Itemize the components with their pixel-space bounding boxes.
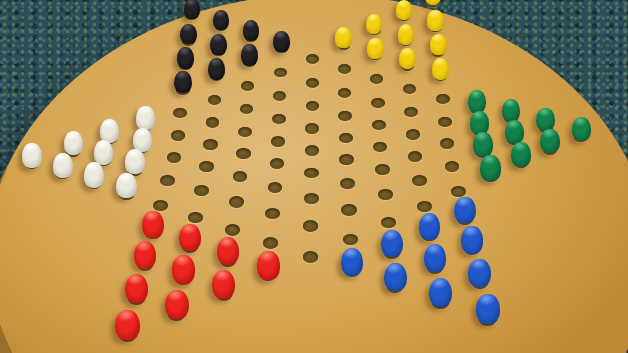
hole[interactable] — [373, 142, 387, 153]
hole[interactable] — [436, 94, 450, 104]
hole[interactable] — [199, 161, 214, 172]
peg-white[interactable] — [64, 131, 84, 155]
peg-red[interactable] — [165, 290, 189, 320]
hole[interactable] — [263, 237, 279, 249]
hole[interactable] — [153, 200, 168, 211]
peg-green[interactable] — [536, 108, 555, 132]
peg-black[interactable] — [273, 31, 290, 52]
hole[interactable] — [343, 234, 359, 246]
hole[interactable] — [265, 208, 280, 219]
peg-blue[interactable] — [429, 278, 453, 307]
peg-yellow[interactable] — [399, 48, 416, 70]
peg-yellow[interactable] — [396, 0, 412, 20]
hole[interactable] — [412, 175, 427, 186]
hole[interactable] — [304, 193, 319, 204]
peg-green[interactable] — [540, 129, 560, 153]
hole[interactable] — [417, 201, 432, 212]
peg-red[interactable] — [257, 251, 280, 279]
peg-yellow[interactable] — [367, 38, 384, 59]
hole[interactable] — [451, 186, 466, 197]
peg-blue[interactable] — [476, 294, 500, 324]
hole[interactable] — [236, 148, 250, 159]
hole[interactable] — [167, 152, 181, 163]
peg-black[interactable] — [184, 0, 200, 19]
hole[interactable] — [173, 108, 187, 118]
peg-red[interactable] — [212, 270, 235, 299]
hole[interactable] — [306, 78, 319, 88]
peg-grid — [0, 0, 628, 353]
hole[interactable] — [339, 154, 353, 165]
peg-green[interactable] — [572, 117, 591, 141]
peg-white[interactable] — [94, 140, 114, 165]
hole[interactable] — [341, 204, 356, 215]
hole[interactable] — [208, 95, 222, 105]
peg-black[interactable] — [241, 44, 258, 66]
peg-yellow[interactable] — [398, 24, 415, 45]
hole[interactable] — [378, 189, 393, 200]
peg-red[interactable] — [179, 224, 201, 252]
hole[interactable] — [303, 220, 318, 232]
peg-blue[interactable] — [468, 259, 491, 288]
hole[interactable] — [445, 161, 460, 172]
hole[interactable] — [274, 68, 287, 78]
peg-black[interactable] — [213, 10, 229, 30]
hole[interactable] — [188, 212, 203, 223]
hole[interactable] — [229, 196, 244, 207]
hole[interactable] — [233, 171, 248, 182]
hole[interactable] — [270, 158, 284, 169]
peg-green[interactable] — [511, 142, 531, 167]
peg-white[interactable] — [84, 162, 104, 188]
hole[interactable] — [306, 101, 320, 111]
peg-white[interactable] — [136, 106, 155, 130]
hole[interactable] — [375, 164, 390, 175]
hole[interactable] — [338, 88, 351, 98]
peg-yellow[interactable] — [430, 34, 447, 55]
peg-yellow[interactable] — [335, 27, 352, 48]
peg-yellow[interactable] — [366, 14, 382, 35]
peg-blue[interactable] — [454, 197, 475, 224]
peg-blue[interactable] — [384, 263, 407, 292]
hole[interactable] — [339, 133, 353, 144]
hole[interactable] — [381, 217, 396, 229]
peg-black[interactable] — [210, 34, 227, 55]
hole[interactable] — [206, 117, 220, 127]
hole[interactable] — [271, 136, 285, 147]
hole[interactable] — [203, 139, 217, 150]
hole[interactable] — [304, 168, 319, 179]
hole[interactable] — [272, 114, 286, 124]
peg-black[interactable] — [180, 24, 197, 45]
hole[interactable] — [340, 178, 355, 189]
hole[interactable] — [225, 224, 240, 236]
hole[interactable] — [338, 64, 351, 74]
peg-blue[interactable] — [341, 248, 364, 276]
hole[interactable] — [338, 111, 352, 121]
peg-red[interactable] — [134, 241, 157, 269]
peg-red[interactable] — [125, 274, 148, 303]
peg-yellow[interactable] — [432, 58, 450, 80]
peg-blue[interactable] — [424, 244, 447, 272]
peg-white[interactable] — [125, 149, 145, 174]
peg-red[interactable] — [217, 237, 239, 265]
peg-green[interactable] — [505, 120, 524, 144]
peg-white[interactable] — [116, 173, 137, 199]
peg-green[interactable] — [480, 155, 500, 180]
hole[interactable] — [305, 145, 319, 156]
peg-green[interactable] — [502, 99, 521, 122]
hole[interactable] — [406, 129, 420, 140]
hole[interactable] — [440, 138, 454, 149]
peg-red[interactable] — [172, 255, 195, 284]
peg-black[interactable] — [243, 20, 260, 41]
hole[interactable] — [160, 175, 175, 186]
hole[interactable] — [171, 130, 185, 141]
peg-blue[interactable] — [419, 213, 441, 240]
peg-white[interactable] — [100, 119, 119, 143]
hole[interactable] — [305, 123, 319, 133]
peg-blue[interactable] — [381, 230, 403, 258]
peg-black[interactable] — [208, 58, 226, 80]
peg-red[interactable] — [115, 310, 139, 340]
peg-green[interactable] — [473, 132, 493, 157]
chinese-checkers-photo — [0, 0, 628, 353]
hole[interactable] — [403, 84, 416, 94]
hole[interactable] — [194, 185, 209, 196]
hole[interactable] — [371, 98, 385, 108]
hole[interactable] — [268, 182, 283, 193]
hole[interactable] — [240, 104, 254, 114]
peg-red[interactable] — [142, 211, 164, 238]
hole[interactable] — [273, 91, 286, 101]
hole[interactable] — [408, 151, 422, 162]
hole[interactable] — [238, 127, 252, 138]
hole[interactable] — [404, 107, 418, 117]
peg-green[interactable] — [468, 90, 486, 113]
peg-yellow[interactable] — [427, 10, 443, 30]
peg-black[interactable] — [177, 47, 194, 69]
peg-white[interactable] — [22, 143, 42, 168]
hole[interactable] — [438, 117, 452, 127]
hole[interactable] — [370, 74, 383, 84]
peg-blue[interactable] — [461, 226, 483, 254]
hole[interactable] — [303, 251, 319, 263]
hole[interactable] — [372, 120, 386, 130]
peg-white[interactable] — [53, 153, 73, 178]
peg-black[interactable] — [174, 71, 192, 93]
hole[interactable] — [306, 54, 319, 64]
hole[interactable] — [241, 81, 254, 91]
